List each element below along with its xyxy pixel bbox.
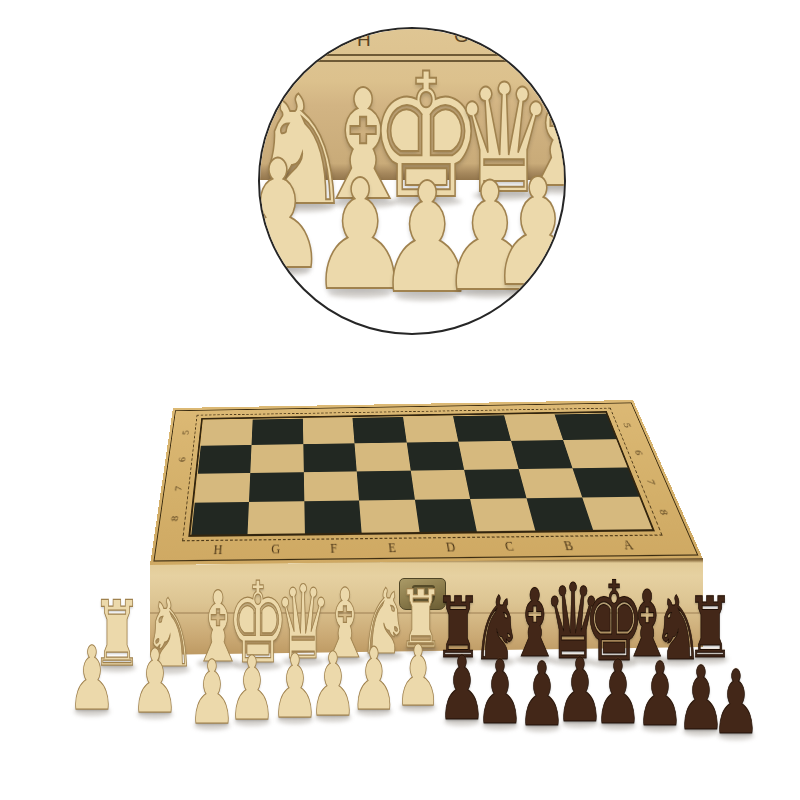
rank-label-7: 7 [163,480,193,496]
board-top-surface: HGFEDCBA 5678 5678 [150,400,703,565]
board-square-g6 [250,444,303,472]
rank-label-6: 6 [622,445,656,460]
board-square-a6 [563,439,627,468]
file-label-f: F [305,537,364,560]
board-square-h5 [200,419,252,446]
file-label-g: G [246,538,305,561]
board-square-e5 [352,417,406,444]
board-square-f5 [302,417,354,444]
file-labels: HGFEDCBA [188,534,662,562]
board-square-b7 [518,468,582,498]
board-square-h6 [197,445,251,473]
board-square-h7 [194,473,250,503]
board-square-d6 [406,442,464,470]
board-square-d5 [403,416,459,443]
board-square-b8 [526,497,593,530]
board-square-e7 [357,470,415,500]
file-label-a: A [595,534,663,557]
file-label-e: E [362,536,423,559]
board-square-f7 [303,471,359,501]
rank-label-8: 8 [159,510,190,527]
board-square-g7 [249,472,304,502]
board-square-b6 [511,440,573,469]
board-square-c6 [458,441,518,470]
rank-label-6: 6 [168,452,197,467]
board-square-a5 [554,413,615,440]
rank-label-5: 5 [171,426,199,440]
product-photo-stage: HG ♞♝♚♛♝♟♟♟♟♟ HGFEDCBA 5678 5678 ♜♞♝♚♛♝♞… [0,0,800,800]
chess-piece-light-pawn: ♟ [488,159,566,307]
board-square-f6 [303,443,357,471]
file-label-c: C [478,535,542,558]
chess-piece-dark-pawn: ♟ [712,659,761,747]
board-square-d8 [414,499,476,531]
board-square-c7 [464,469,526,499]
chess-piece-light-pawn: ♟ [68,635,117,723]
board-square-c5 [453,415,511,442]
board-square-g5 [252,418,303,445]
board-square-b5 [504,414,563,441]
board-square-e8 [359,500,419,532]
board-square-h8 [191,502,249,534]
inset-pieces-layer: ♞♝♚♛♝♟♟♟♟♟ [260,29,564,333]
board-square-d7 [410,469,470,499]
board-square-g8 [248,501,305,533]
rank-label-5: 5 [611,418,644,432]
file-label-b: B [536,534,602,557]
chess-piece-light-pawn: ♟ [228,645,277,733]
chess-piece-light-pawn: ♟ [350,636,398,722]
board-grid [191,413,651,534]
board-square-a8 [582,497,651,530]
detail-inset-circle: HG ♞♝♚♛♝♟♟♟♟♟ [258,27,566,335]
board-square-c8 [470,498,535,530]
board-square-a7 [572,467,638,497]
chess-piece-light-pawn: ♟ [131,638,180,726]
board-square-f8 [304,500,362,532]
file-label-d: D [420,536,483,559]
board-square-e6 [354,443,410,471]
